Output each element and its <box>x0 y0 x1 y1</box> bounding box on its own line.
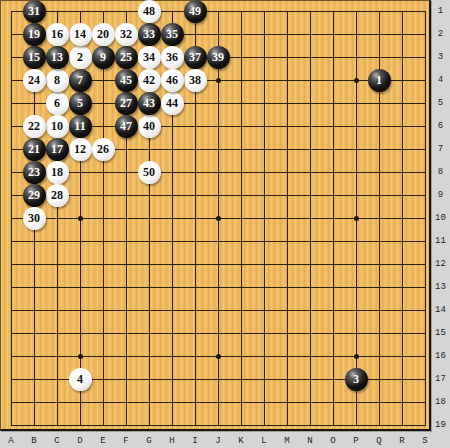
stone-white-46[interactable]: 46 <box>161 69 184 92</box>
star-point <box>216 78 221 83</box>
column-label-O: O <box>330 436 335 446</box>
stone-black-49[interactable]: 49 <box>184 0 207 23</box>
row-label-12: 12 <box>432 259 449 269</box>
stone-black-21[interactable]: 21 <box>23 138 46 161</box>
star-point <box>354 78 359 83</box>
grid-line-col-R <box>402 11 403 426</box>
stone-black-9[interactable]: 9 <box>92 46 115 69</box>
stone-black-39[interactable]: 39 <box>207 46 230 69</box>
stone-black-11[interactable]: 11 <box>69 115 92 138</box>
column-label-K: K <box>238 436 243 446</box>
stone-white-10[interactable]: 10 <box>46 115 69 138</box>
stone-white-30[interactable]: 30 <box>23 207 46 230</box>
grid-line-col-K <box>241 11 242 426</box>
stone-white-20[interactable]: 20 <box>92 23 115 46</box>
stone-black-27[interactable]: 27 <box>115 92 138 115</box>
column-label-R: R <box>399 436 404 446</box>
column-label-M: M <box>284 436 289 446</box>
stone-black-47[interactable]: 47 <box>115 115 138 138</box>
stone-white-14[interactable]: 14 <box>69 23 92 46</box>
column-label-P: P <box>353 436 358 446</box>
column-label-A: A <box>8 436 13 446</box>
stone-black-19[interactable]: 19 <box>23 23 46 46</box>
stone-black-25[interactable]: 25 <box>115 46 138 69</box>
stone-black-7[interactable]: 7 <box>69 69 92 92</box>
row-label-2: 2 <box>432 29 449 39</box>
stone-white-50[interactable]: 50 <box>138 161 161 184</box>
column-label-S: S <box>422 436 427 446</box>
star-point <box>216 216 221 221</box>
stone-black-35[interactable]: 35 <box>161 23 184 46</box>
row-label-5: 5 <box>432 98 449 108</box>
row-label-15: 15 <box>432 328 449 338</box>
star-point <box>78 354 83 359</box>
stone-black-15[interactable]: 15 <box>23 46 46 69</box>
row-label-6: 6 <box>432 121 449 131</box>
stone-black-13[interactable]: 13 <box>46 46 69 69</box>
row-label-14: 14 <box>432 305 449 315</box>
stone-black-43[interactable]: 43 <box>138 92 161 115</box>
row-label-13: 13 <box>432 282 449 292</box>
stone-white-24[interactable]: 24 <box>23 69 46 92</box>
stone-white-2[interactable]: 2 <box>69 46 92 69</box>
stone-black-29[interactable]: 29 <box>23 184 46 207</box>
column-label-L: L <box>261 436 266 446</box>
row-label-7: 7 <box>432 144 449 154</box>
stone-white-8[interactable]: 8 <box>46 69 69 92</box>
row-label-9: 9 <box>432 190 449 200</box>
row-label-11: 11 <box>432 236 449 246</box>
stone-black-23[interactable]: 23 <box>23 161 46 184</box>
stone-white-12[interactable]: 12 <box>69 138 92 161</box>
grid-line-col-A <box>11 11 12 426</box>
stone-white-16[interactable]: 16 <box>46 23 69 46</box>
row-label-1: 1 <box>432 6 449 16</box>
stone-white-28[interactable]: 28 <box>46 184 69 207</box>
stone-white-40[interactable]: 40 <box>138 115 161 138</box>
stone-black-1[interactable]: 1 <box>368 69 391 92</box>
stone-white-32[interactable]: 32 <box>115 23 138 46</box>
column-label-J: J <box>215 436 220 446</box>
stone-black-31[interactable]: 31 <box>23 0 46 23</box>
column-label-B: B <box>31 436 36 446</box>
grid-line-col-N <box>310 11 311 426</box>
row-label-16: 16 <box>432 351 449 361</box>
grid-line-col-O <box>333 11 334 426</box>
stone-black-37[interactable]: 37 <box>184 46 207 69</box>
go-board[interactable]: 1234567891011121314151617181920212223242… <box>0 0 431 431</box>
go-diagram: 1234567891011121314151617181920212223242… <box>0 0 450 448</box>
star-point <box>216 354 221 359</box>
row-label-17: 17 <box>432 374 449 384</box>
stone-white-4[interactable]: 4 <box>69 368 92 391</box>
grid-line-col-E <box>103 11 104 426</box>
stone-black-33[interactable]: 33 <box>138 23 161 46</box>
stone-black-5[interactable]: 5 <box>69 92 92 115</box>
stone-white-26[interactable]: 26 <box>92 138 115 161</box>
stone-white-36[interactable]: 36 <box>161 46 184 69</box>
stone-white-34[interactable]: 34 <box>138 46 161 69</box>
column-label-C: C <box>54 436 59 446</box>
row-label-18: 18 <box>432 397 449 407</box>
column-label-Q: Q <box>376 436 381 446</box>
row-label-8: 8 <box>432 167 449 177</box>
stone-black-45[interactable]: 45 <box>115 69 138 92</box>
column-label-F: F <box>123 436 128 446</box>
star-point <box>78 216 83 221</box>
stone-white-42[interactable]: 42 <box>138 69 161 92</box>
grid-line-col-L <box>264 11 265 426</box>
grid-line-col-M <box>287 11 288 426</box>
stone-white-18[interactable]: 18 <box>46 161 69 184</box>
stone-white-22[interactable]: 22 <box>23 115 46 138</box>
column-label-N: N <box>307 436 312 446</box>
column-label-E: E <box>100 436 105 446</box>
star-point <box>354 354 359 359</box>
row-label-3: 3 <box>432 52 449 62</box>
row-label-10: 10 <box>432 213 449 223</box>
stone-white-6[interactable]: 6 <box>46 92 69 115</box>
stone-white-38[interactable]: 38 <box>184 69 207 92</box>
column-label-D: D <box>77 436 82 446</box>
row-label-4: 4 <box>432 75 449 85</box>
column-label-H: H <box>169 436 174 446</box>
star-point <box>354 216 359 221</box>
grid-line-col-S <box>425 11 426 426</box>
row-label-19: 19 <box>432 420 449 430</box>
column-label-G: G <box>146 436 151 446</box>
stone-white-44[interactable]: 44 <box>161 92 184 115</box>
stone-white-48[interactable]: 48 <box>138 0 161 23</box>
stone-black-17[interactable]: 17 <box>46 138 69 161</box>
column-label-I: I <box>192 436 197 446</box>
stone-black-3[interactable]: 3 <box>345 368 368 391</box>
